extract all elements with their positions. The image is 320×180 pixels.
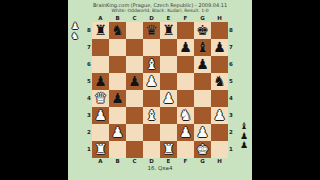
game-panel: BrainKing.com (Prague, Czech Republic) -… <box>68 0 252 180</box>
rank-label-8: 8 <box>228 22 234 39</box>
square-f8[interactable] <box>177 22 194 39</box>
piece-black-king-g8[interactable]: ♚ <box>194 22 211 39</box>
square-d2[interactable] <box>143 124 160 141</box>
square-b2[interactable]: ♟ <box>109 124 126 141</box>
file-label-h: H <box>211 158 228 165</box>
square-f3[interactable]: ♞ <box>177 107 194 124</box>
piece-white-bishop-d3[interactable]: ♝ <box>143 107 160 124</box>
file-label-e: E <box>160 158 177 165</box>
square-g6[interactable]: ♟ <box>194 56 211 73</box>
square-c7[interactable] <box>126 39 143 56</box>
square-c4[interactable] <box>126 90 143 107</box>
square-a3[interactable]: ♟ <box>92 107 109 124</box>
file-label-d: D <box>143 158 160 165</box>
square-a1[interactable]: ♜ <box>92 141 109 158</box>
file-label-b: B <box>109 15 126 22</box>
file-label-e: E <box>160 15 177 22</box>
square-e4[interactable]: ♟ <box>160 90 177 107</box>
board: ♜♞♛♜♚♟♝♟♝♟♟♟♟♞♛♟♟♟♝♞♟♟♟♟♜♜♚ <box>92 22 228 158</box>
square-e6[interactable] <box>160 56 177 73</box>
captured-white-knight-1: ♞ <box>71 32 79 42</box>
piece-white-pawn-e4[interactable]: ♟ <box>160 90 177 107</box>
square-d3[interactable]: ♝ <box>143 107 160 124</box>
page: BrainKing.com (Prague, Czech Republic) -… <box>0 0 320 180</box>
square-a7[interactable] <box>92 39 109 56</box>
square-h7[interactable]: ♟ <box>211 39 228 56</box>
square-b8[interactable]: ♞ <box>109 22 126 39</box>
file-label-b: B <box>109 158 126 165</box>
piece-black-pawn-c5[interactable]: ♟ <box>126 73 143 90</box>
rank-label-5: 5 <box>228 73 234 90</box>
file-label-a: A <box>92 15 109 22</box>
square-f6[interactable] <box>177 56 194 73</box>
piece-black-pawn-h7[interactable]: ♟ <box>211 39 228 56</box>
piece-black-queen-d8[interactable]: ♛ <box>143 22 160 39</box>
file-label-a: A <box>92 158 109 165</box>
square-a4[interactable]: ♛ <box>92 90 109 107</box>
piece-black-pawn-b4[interactable]: ♟ <box>109 90 126 107</box>
piece-white-pawn-g2[interactable]: ♟ <box>194 124 211 141</box>
piece-black-rook-a8[interactable]: ♜ <box>92 22 109 39</box>
rank-label-2: 2 <box>228 124 234 141</box>
piece-black-bishop-g7[interactable]: ♝ <box>194 39 211 56</box>
square-c2[interactable] <box>126 124 143 141</box>
square-c3[interactable] <box>126 107 143 124</box>
square-g7[interactable]: ♝ <box>194 39 211 56</box>
square-g5[interactable] <box>194 73 211 90</box>
square-b3[interactable] <box>109 107 126 124</box>
square-c6[interactable] <box>126 56 143 73</box>
game-header: BrainKing.com (Prague, Czech Republic) -… <box>68 2 252 14</box>
square-d1[interactable] <box>143 141 160 158</box>
piece-white-queen-a4[interactable]: ♛ <box>92 90 109 107</box>
file-label-d: D <box>143 15 160 22</box>
square-e2[interactable] <box>160 124 177 141</box>
board-area: ABCDEFGH 87654321 ♜♞♛♜♚♟♝♟♝♟♟♟♟♞♛♟♟♟♝♞♟♟… <box>86 15 234 165</box>
square-h6[interactable] <box>211 56 228 73</box>
file-label-f: F <box>177 15 194 22</box>
piece-black-rook-e8[interactable]: ♜ <box>160 22 177 39</box>
square-d6[interactable]: ♝ <box>143 56 160 73</box>
square-a8[interactable]: ♜ <box>92 22 109 39</box>
rank-labels-right: 87654321 <box>228 22 234 158</box>
square-h2[interactable] <box>211 124 228 141</box>
file-label-c: C <box>126 15 143 22</box>
square-d4[interactable] <box>143 90 160 107</box>
square-a5[interactable]: ♟ <box>92 73 109 90</box>
file-labels-top: ABCDEFGH <box>92 15 234 22</box>
piece-black-pawn-f7[interactable]: ♟ <box>177 39 194 56</box>
square-b6[interactable] <box>109 56 126 73</box>
piece-white-pawn-b2[interactable]: ♟ <box>109 124 126 141</box>
game-players-result-line: White: Oddworld, Black: Kudari, Result: … <box>68 8 252 14</box>
square-e8[interactable]: ♜ <box>160 22 177 39</box>
piece-white-rook-a1[interactable]: ♜ <box>92 141 109 158</box>
square-b1[interactable] <box>109 141 126 158</box>
square-f7[interactable]: ♟ <box>177 39 194 56</box>
square-d5[interactable]: ♟ <box>143 73 160 90</box>
square-g2[interactable]: ♟ <box>194 124 211 141</box>
piece-white-pawn-h3[interactable]: ♟ <box>211 107 228 124</box>
square-a6[interactable] <box>92 56 109 73</box>
captured-black-pawn-2: ♟ <box>240 141 248 151</box>
square-h8[interactable] <box>211 22 228 39</box>
file-label-h: H <box>211 15 228 22</box>
captured-black-tray: ♝♟♟ <box>240 122 248 151</box>
rank-label-1: 1 <box>228 141 234 158</box>
rank-label-3: 3 <box>228 107 234 124</box>
square-e7[interactable] <box>160 39 177 56</box>
square-c1[interactable] <box>126 141 143 158</box>
piece-black-knight-h5[interactable]: ♞ <box>211 73 228 90</box>
square-h4[interactable] <box>211 90 228 107</box>
square-e1[interactable]: ♜ <box>160 141 177 158</box>
piece-white-rook-e1[interactable]: ♜ <box>160 141 177 158</box>
square-d7[interactable] <box>143 39 160 56</box>
captured-white-tray: ♟♞ <box>71 22 79 41</box>
piece-black-pawn-a5[interactable]: ♟ <box>92 73 109 90</box>
file-labels-bottom: ABCDEFGH <box>92 158 234 165</box>
square-g3[interactable] <box>194 107 211 124</box>
square-f4[interactable] <box>177 90 194 107</box>
square-d8[interactable]: ♛ <box>143 22 160 39</box>
square-g4[interactable] <box>194 90 211 107</box>
rank-label-4: 4 <box>228 90 234 107</box>
square-e3[interactable] <box>160 107 177 124</box>
square-b5[interactable] <box>109 73 126 90</box>
square-f2[interactable]: ♟ <box>177 124 194 141</box>
piece-white-pawn-d5[interactable]: ♟ <box>143 73 160 90</box>
square-f5[interactable] <box>177 73 194 90</box>
piece-black-knight-b8[interactable]: ♞ <box>109 22 126 39</box>
piece-white-pawn-f2[interactable]: ♟ <box>177 124 194 141</box>
square-f1[interactable] <box>177 141 194 158</box>
piece-white-king-g1[interactable]: ♚ <box>194 141 211 158</box>
piece-white-pawn-a3[interactable]: ♟ <box>92 107 109 124</box>
square-h5[interactable]: ♞ <box>211 73 228 90</box>
move-label: 16. Qxa4 <box>68 165 252 171</box>
file-label-f: F <box>177 158 194 165</box>
square-b4[interactable]: ♟ <box>109 90 126 107</box>
rank-label-7: 7 <box>228 39 234 56</box>
file-label-c: C <box>126 158 143 165</box>
square-h3[interactable]: ♟ <box>211 107 228 124</box>
rank-label-6: 6 <box>228 56 234 73</box>
board-middle: 87654321 ♜♞♛♜♚♟♝♟♝♟♟♟♟♞♛♟♟♟♝♞♟♟♟♟♜♜♚ 876… <box>86 22 234 158</box>
piece-white-bishop-d6[interactable]: ♝ <box>143 56 160 73</box>
square-c5[interactable]: ♟ <box>126 73 143 90</box>
square-g1[interactable]: ♚ <box>194 141 211 158</box>
square-e5[interactable] <box>160 73 177 90</box>
piece-black-pawn-g6[interactable]: ♟ <box>194 56 211 73</box>
square-a2[interactable] <box>92 124 109 141</box>
square-c8[interactable] <box>126 22 143 39</box>
file-label-g: G <box>194 158 211 165</box>
piece-white-knight-f3[interactable]: ♞ <box>177 107 194 124</box>
square-b7[interactable] <box>109 39 126 56</box>
square-g8[interactable]: ♚ <box>194 22 211 39</box>
file-label-g: G <box>194 15 211 22</box>
square-h1[interactable] <box>211 141 228 158</box>
